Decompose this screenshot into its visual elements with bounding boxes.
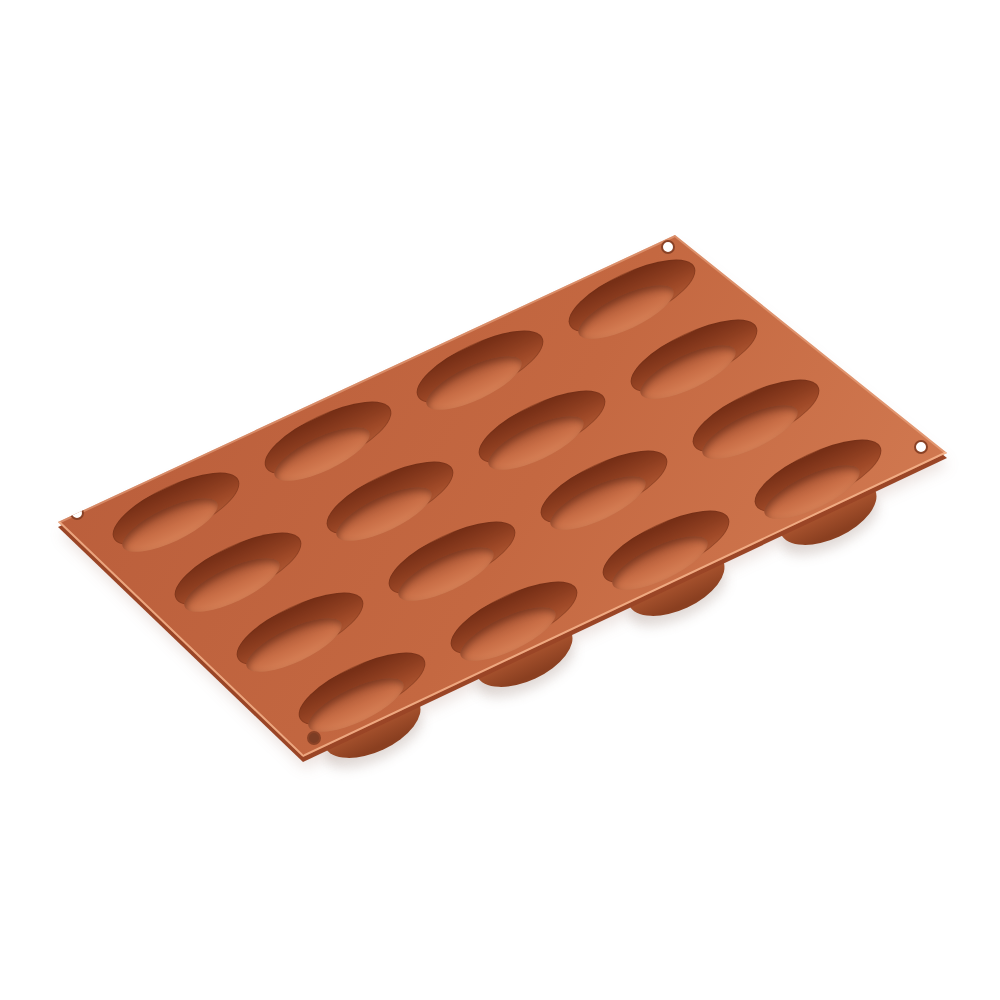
- corner-hole-top: [661, 240, 675, 254]
- product-photo-stage: [0, 0, 1000, 1000]
- corner-hole-right: [914, 440, 928, 454]
- corner-hole-bottom: [307, 731, 321, 745]
